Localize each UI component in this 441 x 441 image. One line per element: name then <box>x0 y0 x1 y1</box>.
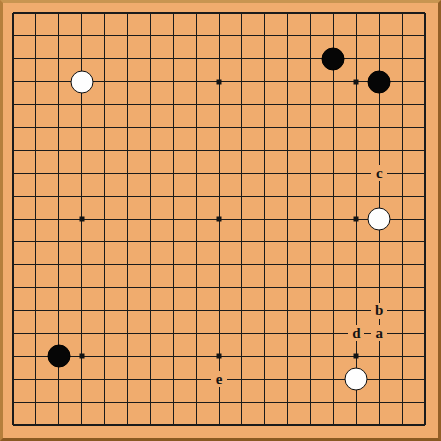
hoshi-point <box>217 217 222 222</box>
grid-line-horizontal <box>13 402 425 403</box>
hoshi-point <box>79 217 84 222</box>
go-board: abcde <box>0 0 441 441</box>
grid-line-horizontal <box>13 241 425 242</box>
hoshi-point <box>217 79 222 84</box>
grid-line-vertical <box>264 13 265 425</box>
hoshi-point <box>354 217 359 222</box>
white-stone <box>368 208 391 231</box>
grid-line-vertical <box>402 13 403 425</box>
grid-line-horizontal <box>13 264 425 265</box>
hoshi-point <box>79 354 84 359</box>
hoshi-point <box>354 79 359 84</box>
white-stone <box>70 70 93 93</box>
grid-line-vertical <box>310 13 311 425</box>
move-label-a: a <box>371 325 387 341</box>
board-grid[interactable]: abcde <box>13 13 425 425</box>
hoshi-point <box>354 354 359 359</box>
grid-line-vertical <box>424 13 426 425</box>
grid-line-horizontal <box>13 310 425 311</box>
grid-line-vertical <box>333 13 334 425</box>
grid-line-vertical <box>241 13 242 425</box>
move-label-d: d <box>348 325 364 341</box>
grid-line-vertical <box>287 13 288 425</box>
hoshi-point <box>217 354 222 359</box>
grid-line-horizontal <box>13 424 425 426</box>
move-label-e: e <box>211 371 227 387</box>
white-stone <box>345 368 368 391</box>
black-stone <box>368 70 391 93</box>
move-label-c: c <box>371 165 387 181</box>
black-stone <box>47 345 70 368</box>
grid-line-horizontal <box>13 287 425 288</box>
black-stone <box>322 47 345 70</box>
move-label-b: b <box>371 303 387 319</box>
